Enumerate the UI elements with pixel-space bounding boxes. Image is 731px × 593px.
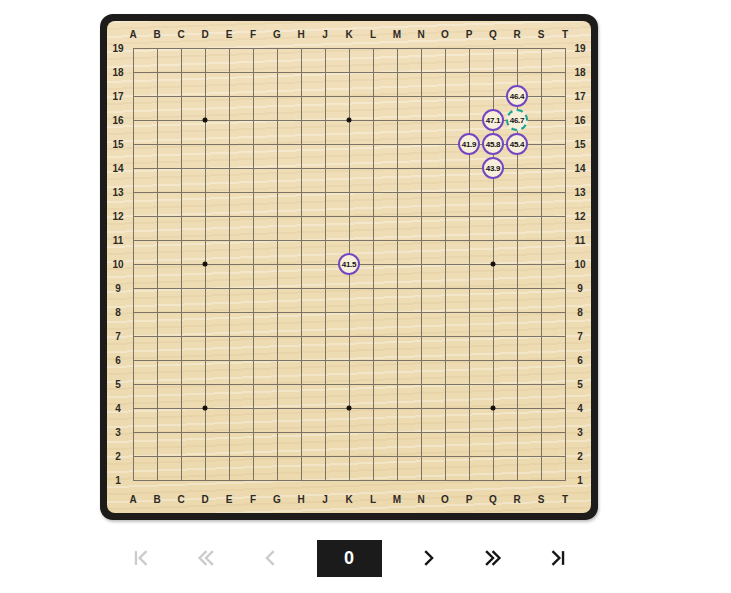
star-point bbox=[491, 406, 496, 411]
column-label-top: Q bbox=[489, 29, 497, 40]
row-label-right: 3 bbox=[577, 427, 583, 438]
row-label-right: 11 bbox=[575, 235, 586, 246]
column-label-bottom: L bbox=[370, 494, 376, 505]
move-suggestion-R17[interactable]: 46.4 bbox=[506, 85, 528, 107]
column-label-bottom: O bbox=[441, 494, 449, 505]
row-label-right: 9 bbox=[577, 283, 583, 294]
skip-to-last-icon bbox=[547, 547, 569, 569]
column-label-bottom: K bbox=[345, 494, 352, 505]
column-label-top: L bbox=[370, 29, 376, 40]
row-label-left: 7 bbox=[115, 331, 121, 342]
move-suggestion-P15[interactable]: 41.9 bbox=[458, 133, 480, 155]
column-label-bottom: J bbox=[322, 494, 328, 505]
column-label-top: O bbox=[441, 29, 449, 40]
column-label-bottom: N bbox=[417, 494, 424, 505]
row-label-left: 14 bbox=[112, 163, 123, 174]
nav-first-button[interactable] bbox=[122, 538, 160, 578]
column-label-top: N bbox=[417, 29, 424, 40]
row-label-right: 2 bbox=[577, 451, 583, 462]
row-label-left: 8 bbox=[115, 307, 121, 318]
column-label-bottom: G bbox=[273, 494, 281, 505]
row-label-right: 17 bbox=[574, 91, 585, 102]
skip-to-first-icon bbox=[130, 547, 152, 569]
row-label-right: 15 bbox=[574, 139, 585, 150]
nav-fast-backward-button[interactable] bbox=[187, 538, 225, 578]
move-suggestion-Q15[interactable]: 45.8 bbox=[482, 133, 504, 155]
column-label-top: M bbox=[393, 29, 401, 40]
move-suggestion-R15[interactable]: 45.4 bbox=[506, 133, 528, 155]
move-navigation-bar: 0 bbox=[100, 536, 598, 580]
go-board-frame: AABBCCDDEEFFGGHHJJKKLLMMNNOOPPQQRRSSTT19… bbox=[100, 14, 598, 520]
row-label-left: 10 bbox=[112, 259, 123, 270]
star-point bbox=[491, 262, 496, 267]
column-label-top: A bbox=[129, 29, 136, 40]
move-suggestion-R16[interactable]: 46.7 bbox=[506, 109, 528, 131]
row-label-left: 17 bbox=[112, 91, 123, 102]
column-label-bottom: P bbox=[466, 494, 473, 505]
column-label-top: D bbox=[201, 29, 208, 40]
row-label-left: 1 bbox=[115, 475, 121, 486]
row-label-left: 16 bbox=[112, 115, 123, 126]
row-label-left: 3 bbox=[115, 427, 121, 438]
move-suggestion-K10[interactable]: 41.5 bbox=[338, 253, 360, 275]
column-label-bottom: B bbox=[153, 494, 160, 505]
row-label-left: 18 bbox=[112, 67, 123, 78]
nav-fast-forward-button[interactable] bbox=[474, 538, 512, 578]
column-label-top: H bbox=[297, 29, 304, 40]
row-label-left: 9 bbox=[115, 283, 121, 294]
row-label-left: 11 bbox=[113, 235, 124, 246]
column-label-bottom: T bbox=[562, 494, 568, 505]
row-label-left: 2 bbox=[115, 451, 121, 462]
star-point bbox=[203, 406, 208, 411]
column-label-bottom: M bbox=[393, 494, 401, 505]
column-label-top: T bbox=[562, 29, 568, 40]
column-label-bottom: E bbox=[226, 494, 233, 505]
column-label-top: E bbox=[226, 29, 233, 40]
column-label-bottom: S bbox=[538, 494, 545, 505]
row-label-left: 5 bbox=[115, 379, 121, 390]
star-point bbox=[203, 118, 208, 123]
column-label-top: C bbox=[177, 29, 184, 40]
column-label-top: P bbox=[466, 29, 473, 40]
chevron-left-icon bbox=[260, 547, 282, 569]
column-label-bottom: Q bbox=[489, 494, 497, 505]
column-label-top: B bbox=[153, 29, 160, 40]
row-label-right: 13 bbox=[574, 187, 585, 198]
column-label-bottom: A bbox=[129, 494, 136, 505]
go-board: AABBCCDDEEFFGGHHJJKKLLMMNNOOPPQQRRSSTT19… bbox=[107, 21, 591, 513]
column-label-bottom: D bbox=[201, 494, 208, 505]
column-label-top: J bbox=[322, 29, 328, 40]
nav-backward-button[interactable] bbox=[252, 538, 290, 578]
star-point bbox=[203, 262, 208, 267]
column-label-bottom: C bbox=[177, 494, 184, 505]
row-label-left: 15 bbox=[112, 139, 123, 150]
row-label-right: 5 bbox=[577, 379, 583, 390]
row-label-left: 13 bbox=[112, 187, 123, 198]
row-label-right: 14 bbox=[574, 163, 585, 174]
move-suggestion-Q14[interactable]: 43.9 bbox=[482, 157, 504, 179]
star-point bbox=[347, 118, 352, 123]
column-label-top: G bbox=[273, 29, 281, 40]
row-label-right: 1 bbox=[577, 475, 583, 486]
nav-forward-button[interactable] bbox=[409, 538, 447, 578]
star-point bbox=[347, 406, 352, 411]
row-label-left: 12 bbox=[112, 211, 123, 222]
column-label-top: R bbox=[513, 29, 520, 40]
row-label-left: 19 bbox=[112, 43, 123, 54]
chevron-right-icon bbox=[417, 547, 439, 569]
row-label-right: 16 bbox=[574, 115, 585, 126]
double-chevron-left-icon bbox=[194, 547, 218, 569]
row-label-right: 10 bbox=[574, 259, 585, 270]
column-label-bottom: R bbox=[513, 494, 520, 505]
move-suggestion-Q16[interactable]: 47.1 bbox=[482, 109, 504, 131]
column-label-top: K bbox=[345, 29, 352, 40]
row-label-left: 4 bbox=[115, 403, 121, 414]
move-counter: 0 bbox=[317, 540, 382, 577]
row-label-right: 12 bbox=[574, 211, 585, 222]
row-label-right: 4 bbox=[577, 403, 583, 414]
double-chevron-right-icon bbox=[481, 547, 505, 569]
row-label-right: 6 bbox=[577, 355, 583, 366]
column-label-top: F bbox=[250, 29, 256, 40]
row-label-right: 18 bbox=[574, 67, 585, 78]
nav-last-button[interactable] bbox=[539, 538, 577, 578]
row-label-right: 7 bbox=[577, 331, 583, 342]
column-label-bottom: F bbox=[250, 494, 256, 505]
row-label-right: 19 bbox=[574, 43, 585, 54]
column-label-bottom: H bbox=[297, 494, 304, 505]
row-label-right: 8 bbox=[577, 307, 583, 318]
column-label-top: S bbox=[538, 29, 545, 40]
row-label-left: 6 bbox=[115, 355, 121, 366]
